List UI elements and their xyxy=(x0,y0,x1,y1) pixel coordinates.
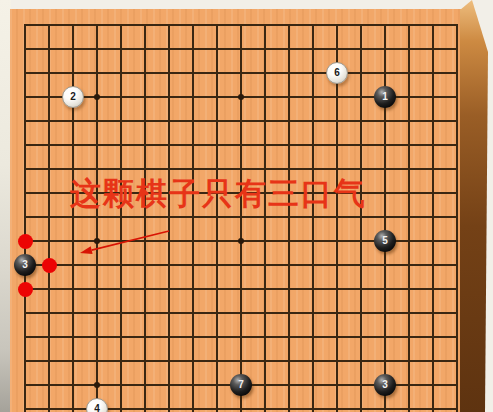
intersection-T10 xyxy=(445,229,469,253)
intersection-P15 xyxy=(349,109,373,133)
intersection-E19 xyxy=(109,13,133,37)
intersection-T3 xyxy=(445,397,469,412)
intersection-N16 xyxy=(301,85,325,109)
intersection-N3 xyxy=(301,397,325,412)
intersection-F10 xyxy=(133,229,157,253)
intersection-K10 xyxy=(229,229,253,253)
intersection-Q4: 3 xyxy=(373,373,397,397)
intersection-C15 xyxy=(61,109,85,133)
intersection-L9 xyxy=(253,253,277,277)
intersection-J3 xyxy=(205,397,229,412)
stone-white-o17: 6 xyxy=(326,62,348,84)
intersection-J10 xyxy=(205,229,229,253)
intersection-O14 xyxy=(325,133,349,157)
intersection-F18 xyxy=(133,37,157,61)
intersection-Q12 xyxy=(373,181,397,205)
intersection-A15 xyxy=(13,109,37,133)
intersection-C17 xyxy=(61,61,85,85)
intersection-Q11 xyxy=(373,205,397,229)
intersection-G14 xyxy=(157,133,181,157)
intersection-L14 xyxy=(253,133,277,157)
intersection-O18 xyxy=(325,37,349,61)
intersection-M6 xyxy=(277,325,301,349)
intersection-S9 xyxy=(421,253,445,277)
stone-black-q16: 1 xyxy=(374,86,396,108)
intersection-P8 xyxy=(349,277,373,301)
intersection-O6 xyxy=(325,325,349,349)
intersection-L17 xyxy=(253,61,277,85)
intersection-T11 xyxy=(445,205,469,229)
intersection-H9 xyxy=(181,253,205,277)
intersection-Q19 xyxy=(373,13,397,37)
intersection-D9 xyxy=(85,253,109,277)
intersection-F7 xyxy=(133,301,157,325)
intersection-P4 xyxy=(349,373,373,397)
intersection-A5 xyxy=(13,349,37,373)
intersection-R12 xyxy=(397,181,421,205)
intersection-J14 xyxy=(205,133,229,157)
intersection-K18 xyxy=(229,37,253,61)
intersection-A7 xyxy=(13,301,37,325)
intersection-D3: 4 xyxy=(85,397,109,412)
intersection-T18 xyxy=(445,37,469,61)
intersection-Q3 xyxy=(373,397,397,412)
intersection-P6 xyxy=(349,325,373,349)
intersection-R17 xyxy=(397,61,421,85)
intersection-N18 xyxy=(301,37,325,61)
intersection-R18 xyxy=(397,37,421,61)
intersection-P10 xyxy=(349,229,373,253)
intersection-K19 xyxy=(229,13,253,37)
intersection-M17 xyxy=(277,61,301,85)
intersection-K8 xyxy=(229,277,253,301)
intersection-O7 xyxy=(325,301,349,325)
intersection-K4: 7 xyxy=(229,373,253,397)
intersection-F16 xyxy=(133,85,157,109)
intersection-D18 xyxy=(85,37,109,61)
intersection-H10 xyxy=(181,229,205,253)
intersection-D8 xyxy=(85,277,109,301)
intersection-P7 xyxy=(349,301,373,325)
intersection-N15 xyxy=(301,109,325,133)
intersection-A13 xyxy=(13,157,37,181)
intersection-O17: 6 xyxy=(325,61,349,85)
intersection-F5 xyxy=(133,349,157,373)
intersection-M18 xyxy=(277,37,301,61)
intersection-K5 xyxy=(229,349,253,373)
intersection-C8 xyxy=(61,277,85,301)
intersection-S7 xyxy=(421,301,445,325)
intersection-L19 xyxy=(253,13,277,37)
intersection-S18 xyxy=(421,37,445,61)
intersection-G10 xyxy=(157,229,181,253)
stone-white-d3: 4 xyxy=(86,398,108,412)
intersection-N8 xyxy=(301,277,325,301)
intersection-S6 xyxy=(421,325,445,349)
stone-black-k4: 7 xyxy=(230,374,252,396)
intersection-H6 xyxy=(181,325,205,349)
intersection-F9 xyxy=(133,253,157,277)
intersection-J15 xyxy=(205,109,229,133)
intersection-Q17 xyxy=(373,61,397,85)
intersection-B6 xyxy=(37,325,61,349)
intersection-G5 xyxy=(157,349,181,373)
intersection-N17 xyxy=(301,61,325,85)
intersection-A11 xyxy=(13,205,37,229)
intersection-T8 xyxy=(445,277,469,301)
intersection-C6 xyxy=(61,325,85,349)
intersection-O5 xyxy=(325,349,349,373)
intersection-Q15 xyxy=(373,109,397,133)
intersection-B11 xyxy=(37,205,61,229)
intersection-F3 xyxy=(133,397,157,412)
intersection-E14 xyxy=(109,133,133,157)
star-point xyxy=(238,238,244,244)
intersection-S12 xyxy=(421,181,445,205)
intersection-S17 xyxy=(421,61,445,85)
intersection-B19 xyxy=(37,13,61,37)
intersection-S16 xyxy=(421,85,445,109)
intersection-K3 xyxy=(229,397,253,412)
intersection-D6 xyxy=(85,325,109,349)
intersection-S5 xyxy=(421,349,445,373)
intersection-R7 xyxy=(397,301,421,325)
intersection-D7 xyxy=(85,301,109,325)
intersection-G9 xyxy=(157,253,181,277)
intersection-P18 xyxy=(349,37,373,61)
intersection-G15 xyxy=(157,109,181,133)
intersection-O4 xyxy=(325,373,349,397)
intersection-J19 xyxy=(205,13,229,37)
intersection-R19 xyxy=(397,13,421,37)
intersection-G6 xyxy=(157,325,181,349)
intersection-D10 xyxy=(85,229,109,253)
intersection-P3 xyxy=(349,397,373,412)
star-point xyxy=(238,94,244,100)
intersection-N4 xyxy=(301,373,325,397)
intersection-S4 xyxy=(421,373,445,397)
intersection-L16 xyxy=(253,85,277,109)
intersection-T13 xyxy=(445,157,469,181)
intersection-G16 xyxy=(157,85,181,109)
intersection-R11 xyxy=(397,205,421,229)
intersection-H16 xyxy=(181,85,205,109)
intersection-P16 xyxy=(349,85,373,109)
intersection-B10 xyxy=(37,229,61,253)
intersection-Q18 xyxy=(373,37,397,61)
intersection-P5 xyxy=(349,349,373,373)
intersection-H15 xyxy=(181,109,205,133)
intersection-H3 xyxy=(181,397,205,412)
intersection-C16: 2 xyxy=(61,85,85,109)
intersection-R5 xyxy=(397,349,421,373)
intersection-D17 xyxy=(85,61,109,85)
intersection-L5 xyxy=(253,349,277,373)
intersection-G18 xyxy=(157,37,181,61)
intersection-E8 xyxy=(109,277,133,301)
intersection-A6 xyxy=(13,325,37,349)
intersection-J18 xyxy=(205,37,229,61)
intersection-H8 xyxy=(181,277,205,301)
intersection-D19 xyxy=(85,13,109,37)
intersection-R13 xyxy=(397,157,421,181)
intersection-B9 xyxy=(37,253,61,277)
liberty-marker-b9 xyxy=(42,258,57,273)
intersection-S15 xyxy=(421,109,445,133)
intersection-O3 xyxy=(325,397,349,412)
intersection-F4 xyxy=(133,373,157,397)
intersection-T6 xyxy=(445,325,469,349)
intersection-C10 xyxy=(61,229,85,253)
intersection-S3 xyxy=(421,397,445,412)
intersection-L6 xyxy=(253,325,277,349)
intersection-L10 xyxy=(253,229,277,253)
intersection-Q5 xyxy=(373,349,397,373)
intersection-B5 xyxy=(37,349,61,373)
intersection-F15 xyxy=(133,109,157,133)
intersection-M14 xyxy=(277,133,301,157)
intersection-T15 xyxy=(445,109,469,133)
intersection-F19 xyxy=(133,13,157,37)
intersection-J7 xyxy=(205,301,229,325)
intersection-R4 xyxy=(397,373,421,397)
liberty-marker-a8 xyxy=(18,282,33,297)
intersection-B15 xyxy=(37,109,61,133)
intersection-T4 xyxy=(445,373,469,397)
intersection-E9 xyxy=(109,253,133,277)
intersection-E7 xyxy=(109,301,133,325)
intersection-L7 xyxy=(253,301,277,325)
intersection-J17 xyxy=(205,61,229,85)
intersection-L8 xyxy=(253,277,277,301)
intersection-A3 xyxy=(13,397,37,412)
intersection-E3 xyxy=(109,397,133,412)
intersection-B16 xyxy=(37,85,61,109)
intersection-H14 xyxy=(181,133,205,157)
intersection-B12 xyxy=(37,181,61,205)
intersection-B4 xyxy=(37,373,61,397)
intersection-D4 xyxy=(85,373,109,397)
intersection-A12 xyxy=(13,181,37,205)
stone-black-a9: 3 xyxy=(14,254,36,276)
intersection-C3 xyxy=(61,397,85,412)
intersection-E16 xyxy=(109,85,133,109)
intersection-Q8 xyxy=(373,277,397,301)
intersection-D15 xyxy=(85,109,109,133)
intersection-D14 xyxy=(85,133,109,157)
go-lesson-screenshot: 62153734 这颗棋子只有三口气 xyxy=(0,0,493,412)
intersection-M8 xyxy=(277,277,301,301)
intersection-C5 xyxy=(61,349,85,373)
intersection-N14 xyxy=(301,133,325,157)
liberty-marker-a10 xyxy=(18,234,33,249)
stone-black-q4: 3 xyxy=(374,374,396,396)
intersection-D5 xyxy=(85,349,109,373)
intersection-K14 xyxy=(229,133,253,157)
intersection-A18 xyxy=(13,37,37,61)
intersection-L4 xyxy=(253,373,277,397)
intersection-E15 xyxy=(109,109,133,133)
intersection-C4 xyxy=(61,373,85,397)
intersection-N5 xyxy=(301,349,325,373)
intersection-T14 xyxy=(445,133,469,157)
intersection-K7 xyxy=(229,301,253,325)
intersection-F6 xyxy=(133,325,157,349)
intersection-O19 xyxy=(325,13,349,37)
stone-black-q10: 5 xyxy=(374,230,396,252)
intersection-B13 xyxy=(37,157,61,181)
intersection-J5 xyxy=(205,349,229,373)
intersection-K15 xyxy=(229,109,253,133)
intersection-Q6 xyxy=(373,325,397,349)
intersection-Q7 xyxy=(373,301,397,325)
stone-white-c16: 2 xyxy=(62,86,84,108)
intersection-P14 xyxy=(349,133,373,157)
intersection-S13 xyxy=(421,157,445,181)
intersection-G4 xyxy=(157,373,181,397)
intersection-O9 xyxy=(325,253,349,277)
intersection-M9 xyxy=(277,253,301,277)
intersection-Q14 xyxy=(373,133,397,157)
intersection-E4 xyxy=(109,373,133,397)
intersection-S10 xyxy=(421,229,445,253)
intersection-S8 xyxy=(421,277,445,301)
intersection-J4 xyxy=(205,373,229,397)
intersection-H17 xyxy=(181,61,205,85)
intersection-P9 xyxy=(349,253,373,277)
intersection-G3 xyxy=(157,397,181,412)
intersection-B17 xyxy=(37,61,61,85)
intersection-S11 xyxy=(421,205,445,229)
intersection-E6 xyxy=(109,325,133,349)
intersection-A14 xyxy=(13,133,37,157)
intersection-H19 xyxy=(181,13,205,37)
intersection-A19 xyxy=(13,13,37,37)
intersection-S19 xyxy=(421,13,445,37)
intersection-B7 xyxy=(37,301,61,325)
intersection-R3 xyxy=(397,397,421,412)
intersection-A8 xyxy=(13,277,37,301)
intersection-F17 xyxy=(133,61,157,85)
intersection-T19 xyxy=(445,13,469,37)
intersection-J16 xyxy=(205,85,229,109)
intersection-R6 xyxy=(397,325,421,349)
intersection-K6 xyxy=(229,325,253,349)
intersection-D16 xyxy=(85,85,109,109)
intersection-M5 xyxy=(277,349,301,373)
intersection-C9 xyxy=(61,253,85,277)
intersection-M15 xyxy=(277,109,301,133)
intersection-C14 xyxy=(61,133,85,157)
intersection-H4 xyxy=(181,373,205,397)
intersection-R9 xyxy=(397,253,421,277)
intersection-K17 xyxy=(229,61,253,85)
intersection-L15 xyxy=(253,109,277,133)
intersection-M3 xyxy=(277,397,301,412)
intersection-R15 xyxy=(397,109,421,133)
intersection-J6 xyxy=(205,325,229,349)
intersection-J8 xyxy=(205,277,229,301)
intersection-K9 xyxy=(229,253,253,277)
intersection-L18 xyxy=(253,37,277,61)
caption-text: 这颗棋子只有三口气 xyxy=(70,173,367,215)
intersection-G7 xyxy=(157,301,181,325)
intersection-T7 xyxy=(445,301,469,325)
intersection-R10 xyxy=(397,229,421,253)
intersection-H7 xyxy=(181,301,205,325)
intersection-O8 xyxy=(325,277,349,301)
intersection-J9 xyxy=(205,253,229,277)
intersection-T16 xyxy=(445,85,469,109)
intersection-N19 xyxy=(301,13,325,37)
intersection-G19 xyxy=(157,13,181,37)
intersection-H18 xyxy=(181,37,205,61)
intersection-G17 xyxy=(157,61,181,85)
intersection-Q13 xyxy=(373,157,397,181)
intersection-M4 xyxy=(277,373,301,397)
intersection-M19 xyxy=(277,13,301,37)
intersection-M10 xyxy=(277,229,301,253)
intersection-O15 xyxy=(325,109,349,133)
intersection-E18 xyxy=(109,37,133,61)
intersection-H5 xyxy=(181,349,205,373)
intersection-L3 xyxy=(253,397,277,412)
intersection-F8 xyxy=(133,277,157,301)
intersection-A10 xyxy=(13,229,37,253)
intersection-R16 xyxy=(397,85,421,109)
intersection-E10 xyxy=(109,229,133,253)
intersection-S14 xyxy=(421,133,445,157)
intersection-N7 xyxy=(301,301,325,325)
star-point xyxy=(94,94,100,100)
intersection-B3 xyxy=(37,397,61,412)
intersection-E5 xyxy=(109,349,133,373)
intersection-T17 xyxy=(445,61,469,85)
intersection-B14 xyxy=(37,133,61,157)
intersection-T9 xyxy=(445,253,469,277)
intersection-M7 xyxy=(277,301,301,325)
intersection-R14 xyxy=(397,133,421,157)
intersection-A17 xyxy=(13,61,37,85)
intersection-N6 xyxy=(301,325,325,349)
intersection-N9 xyxy=(301,253,325,277)
intersection-K16 xyxy=(229,85,253,109)
intersection-G8 xyxy=(157,277,181,301)
intersection-Q9 xyxy=(373,253,397,277)
intersection-Q10: 5 xyxy=(373,229,397,253)
intersection-A16 xyxy=(13,85,37,109)
intersection-C19 xyxy=(61,13,85,37)
intersection-F14 xyxy=(133,133,157,157)
intersection-T5 xyxy=(445,349,469,373)
intersection-P19 xyxy=(349,13,373,37)
intersection-N10 xyxy=(301,229,325,253)
intersection-C18 xyxy=(61,37,85,61)
intersection-T12 xyxy=(445,181,469,205)
intersection-O16 xyxy=(325,85,349,109)
intersection-P17 xyxy=(349,61,373,85)
intersection-E17 xyxy=(109,61,133,85)
star-point xyxy=(94,382,100,388)
star-point xyxy=(94,238,100,244)
intersection-A9: 3 xyxy=(13,253,37,277)
intersection-M16 xyxy=(277,85,301,109)
intersection-B18 xyxy=(37,37,61,61)
intersection-C7 xyxy=(61,301,85,325)
intersection-Q16: 1 xyxy=(373,85,397,109)
intersection-B8 xyxy=(37,277,61,301)
intersection-R8 xyxy=(397,277,421,301)
